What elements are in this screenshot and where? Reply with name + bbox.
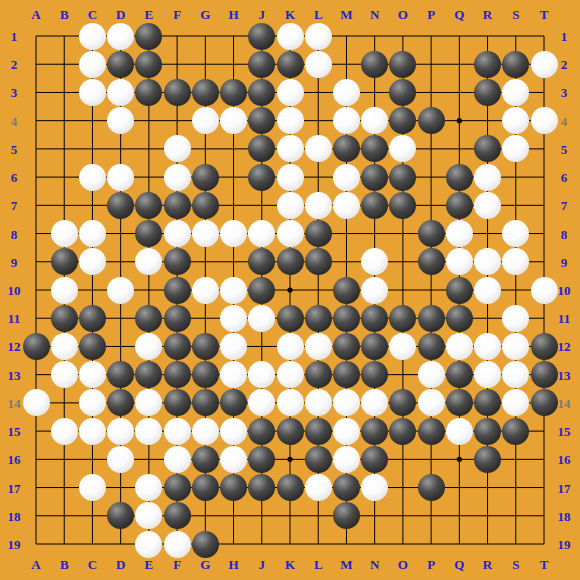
column-label-top: S (512, 8, 519, 21)
black-stone-G14 (192, 389, 219, 416)
black-stone-M17 (333, 474, 360, 501)
black-stone-A12 (23, 333, 50, 360)
black-stone-N16 (361, 446, 388, 473)
black-stone-J2 (248, 51, 275, 78)
row-label-right: 13 (558, 368, 571, 381)
row-label-right: 17 (558, 481, 571, 494)
white-stone-T10 (531, 277, 558, 304)
black-stone-B11 (51, 305, 78, 332)
white-stone-R6 (474, 164, 501, 191)
black-stone-R2 (474, 51, 501, 78)
black-stone-D2 (107, 51, 134, 78)
black-stone-Q10 (446, 277, 473, 304)
white-stone-G8 (192, 220, 219, 247)
row-label-left: 15 (8, 425, 21, 438)
white-stone-K7 (277, 192, 304, 219)
black-stone-J15 (248, 418, 275, 445)
column-label-bottom: A (31, 558, 40, 571)
black-stone-E7 (135, 192, 162, 219)
white-stone-C17 (79, 474, 106, 501)
column-label-top: A (31, 8, 40, 21)
black-stone-H3 (220, 79, 247, 106)
column-label-bottom: R (483, 558, 492, 571)
black-stone-M13 (333, 361, 360, 388)
row-label-right: 5 (561, 142, 568, 155)
white-stone-K5 (277, 135, 304, 162)
star-point (287, 457, 292, 462)
black-stone-E2 (135, 51, 162, 78)
row-label-left: 2 (11, 58, 18, 71)
row-label-right: 10 (558, 284, 571, 297)
white-stone-M3 (333, 79, 360, 106)
black-stone-F10 (164, 277, 191, 304)
row-label-right: 4 (561, 114, 568, 127)
black-stone-E11 (135, 305, 162, 332)
white-stone-R12 (474, 333, 501, 360)
row-label-left: 12 (8, 340, 21, 353)
white-stone-H11 (220, 305, 247, 332)
row-label-left: 16 (8, 453, 21, 466)
black-stone-F9 (164, 248, 191, 275)
white-stone-N17 (361, 474, 388, 501)
column-label-top: N (370, 8, 379, 21)
column-label-bottom: L (314, 558, 323, 571)
column-label-bottom: O (398, 558, 408, 571)
white-stone-D16 (107, 446, 134, 473)
column-label-bottom: J (259, 558, 266, 571)
column-label-top: D (116, 8, 125, 21)
column-label-bottom: S (512, 558, 519, 571)
white-stone-K1 (277, 23, 304, 50)
black-stone-C11 (79, 305, 106, 332)
black-stone-P4 (418, 107, 445, 134)
black-stone-O7 (389, 192, 416, 219)
row-label-left: 9 (11, 255, 18, 268)
row-label-right: 18 (558, 509, 571, 522)
white-stone-S11 (502, 305, 529, 332)
black-stone-S2 (502, 51, 529, 78)
black-stone-K9 (277, 248, 304, 275)
row-label-right: 12 (558, 340, 571, 353)
white-stone-F19 (164, 531, 191, 558)
row-label-right: 3 (561, 86, 568, 99)
row-label-right: 11 (558, 312, 570, 325)
white-stone-M4 (333, 107, 360, 134)
row-label-left: 18 (8, 509, 21, 522)
white-stone-H15 (220, 418, 247, 445)
white-stone-M7 (333, 192, 360, 219)
black-stone-Q11 (446, 305, 473, 332)
white-stone-L12 (305, 333, 332, 360)
black-stone-J1 (248, 23, 275, 50)
black-stone-F18 (164, 502, 191, 529)
white-stone-T4 (531, 107, 558, 134)
white-stone-C1 (79, 23, 106, 50)
black-stone-L13 (305, 361, 332, 388)
column-label-top: L (314, 8, 323, 21)
row-label-left: 6 (11, 171, 18, 184)
white-stone-K14 (277, 389, 304, 416)
black-stone-L15 (305, 418, 332, 445)
white-stone-B13 (51, 361, 78, 388)
star-point (457, 118, 462, 123)
column-label-bottom: K (285, 558, 295, 571)
white-stone-D3 (107, 79, 134, 106)
black-stone-O2 (389, 51, 416, 78)
column-label-bottom: G (200, 558, 210, 571)
column-label-top: O (398, 8, 408, 21)
column-label-top: K (285, 8, 295, 21)
black-stone-G7 (192, 192, 219, 219)
column-label-bottom: B (60, 558, 69, 571)
black-stone-O6 (389, 164, 416, 191)
star-point (287, 287, 292, 292)
black-stone-T13 (531, 361, 558, 388)
black-stone-L16 (305, 446, 332, 473)
black-stone-F3 (164, 79, 191, 106)
white-stone-K12 (277, 333, 304, 360)
black-stone-P17 (418, 474, 445, 501)
white-stone-N10 (361, 277, 388, 304)
row-label-left: 7 (11, 199, 18, 212)
black-stone-Q13 (446, 361, 473, 388)
white-stone-D15 (107, 418, 134, 445)
black-stone-P9 (418, 248, 445, 275)
black-stone-N6 (361, 164, 388, 191)
column-label-bottom: N (370, 558, 379, 571)
black-stone-M10 (333, 277, 360, 304)
black-stone-N15 (361, 418, 388, 445)
black-stone-P15 (418, 418, 445, 445)
white-stone-K3 (277, 79, 304, 106)
white-stone-R10 (474, 277, 501, 304)
column-label-top: F (173, 8, 181, 21)
row-label-left: 13 (8, 368, 21, 381)
white-stone-M16 (333, 446, 360, 473)
black-stone-M11 (333, 305, 360, 332)
white-stone-D6 (107, 164, 134, 191)
white-stone-L14 (305, 389, 332, 416)
white-stone-H4 (220, 107, 247, 134)
row-label-left: 3 (11, 86, 18, 99)
white-stone-F8 (164, 220, 191, 247)
black-stone-F17 (164, 474, 191, 501)
black-stone-Q14 (446, 389, 473, 416)
black-stone-T14 (531, 389, 558, 416)
black-stone-P8 (418, 220, 445, 247)
white-stone-T2 (531, 51, 558, 78)
black-stone-K2 (277, 51, 304, 78)
black-stone-F11 (164, 305, 191, 332)
white-stone-H12 (220, 333, 247, 360)
white-stone-L1 (305, 23, 332, 50)
row-label-left: 5 (11, 142, 18, 155)
column-label-bottom: F (173, 558, 181, 571)
white-stone-F15 (164, 418, 191, 445)
white-stone-K13 (277, 361, 304, 388)
black-stone-G12 (192, 333, 219, 360)
black-stone-O15 (389, 418, 416, 445)
black-stone-B9 (51, 248, 78, 275)
column-label-top: H (228, 8, 238, 21)
white-stone-H8 (220, 220, 247, 247)
column-label-bottom: M (340, 558, 352, 571)
black-stone-F14 (164, 389, 191, 416)
row-label-right: 9 (561, 255, 568, 268)
row-label-right: 14 (558, 396, 571, 409)
black-stone-F7 (164, 192, 191, 219)
black-stone-G3 (192, 79, 219, 106)
black-stone-E1 (135, 23, 162, 50)
black-stone-J10 (248, 277, 275, 304)
black-stone-L11 (305, 305, 332, 332)
black-stone-K15 (277, 418, 304, 445)
white-stone-B12 (51, 333, 78, 360)
white-stone-B15 (51, 418, 78, 445)
column-label-top: C (88, 8, 97, 21)
white-stone-L17 (305, 474, 332, 501)
black-stone-N2 (361, 51, 388, 78)
white-stone-G4 (192, 107, 219, 134)
column-label-top: E (145, 8, 154, 21)
white-stone-E15 (135, 418, 162, 445)
column-label-top: M (340, 8, 352, 21)
go-board[interactable]: AABBCCDDEEFFGGHHJJKKLLMMNNOOPPQQRRSSTT11… (0, 0, 580, 580)
star-point (457, 457, 462, 462)
column-label-bottom: H (228, 558, 238, 571)
white-stone-F16 (164, 446, 191, 473)
black-stone-K11 (277, 305, 304, 332)
black-stone-S15 (502, 418, 529, 445)
black-stone-F13 (164, 361, 191, 388)
white-stone-D10 (107, 277, 134, 304)
black-stone-M12 (333, 333, 360, 360)
column-label-top: P (427, 8, 435, 21)
black-stone-L8 (305, 220, 332, 247)
black-stone-R3 (474, 79, 501, 106)
white-stone-H13 (220, 361, 247, 388)
black-stone-R16 (474, 446, 501, 473)
white-stone-G10 (192, 277, 219, 304)
white-stone-C15 (79, 418, 106, 445)
white-stone-Q9 (446, 248, 473, 275)
black-stone-H17 (220, 474, 247, 501)
white-stone-P14 (418, 389, 445, 416)
black-stone-C12 (79, 333, 106, 360)
black-stone-N12 (361, 333, 388, 360)
white-stone-L2 (305, 51, 332, 78)
row-label-left: 11 (8, 312, 20, 325)
white-stone-H10 (220, 277, 247, 304)
black-stone-P11 (418, 305, 445, 332)
black-stone-R15 (474, 418, 501, 445)
black-stone-K17 (277, 474, 304, 501)
white-stone-K4 (277, 107, 304, 134)
black-stone-F12 (164, 333, 191, 360)
column-label-bottom: D (116, 558, 125, 571)
black-stone-G6 (192, 164, 219, 191)
row-label-left: 19 (8, 538, 21, 551)
black-stone-O11 (389, 305, 416, 332)
white-stone-Q12 (446, 333, 473, 360)
black-stone-M18 (333, 502, 360, 529)
white-stone-A14 (23, 389, 50, 416)
white-stone-D1 (107, 23, 134, 50)
white-stone-P13 (418, 361, 445, 388)
column-label-top: B (60, 8, 69, 21)
white-stone-L5 (305, 135, 332, 162)
black-stone-N7 (361, 192, 388, 219)
row-label-right: 1 (561, 30, 568, 43)
white-stone-F6 (164, 164, 191, 191)
black-stone-T12 (531, 333, 558, 360)
row-label-right: 15 (558, 425, 571, 438)
white-stone-G15 (192, 418, 219, 445)
black-stone-L9 (305, 248, 332, 275)
white-stone-K8 (277, 220, 304, 247)
row-label-left: 4 (11, 114, 18, 127)
column-label-bottom: T (540, 558, 549, 571)
white-stone-S3 (502, 79, 529, 106)
white-stone-K6 (277, 164, 304, 191)
row-label-right: 6 (561, 171, 568, 184)
column-label-bottom: E (145, 558, 154, 571)
black-stone-P12 (418, 333, 445, 360)
white-stone-C2 (79, 51, 106, 78)
white-stone-H16 (220, 446, 247, 473)
white-stone-Q15 (446, 418, 473, 445)
black-stone-J3 (248, 79, 275, 106)
column-label-top: G (200, 8, 210, 21)
column-label-bottom: C (88, 558, 97, 571)
black-stone-G16 (192, 446, 219, 473)
row-label-right: 7 (561, 199, 568, 212)
black-stone-J16 (248, 446, 275, 473)
black-stone-G19 (192, 531, 219, 558)
row-label-left: 8 (11, 227, 18, 240)
black-stone-Q6 (446, 164, 473, 191)
row-label-right: 8 (561, 227, 568, 240)
white-stone-C8 (79, 220, 106, 247)
white-stone-C6 (79, 164, 106, 191)
white-stone-L7 (305, 192, 332, 219)
white-stone-E19 (135, 531, 162, 558)
black-stone-Q7 (446, 192, 473, 219)
column-label-top: T (540, 8, 549, 21)
column-label-top: J (259, 8, 266, 21)
row-label-left: 14 (8, 396, 21, 409)
black-stone-J6 (248, 164, 275, 191)
white-stone-M6 (333, 164, 360, 191)
row-label-right: 2 (561, 58, 568, 71)
white-stone-Q8 (446, 220, 473, 247)
white-stone-C9 (79, 248, 106, 275)
white-stone-R13 (474, 361, 501, 388)
black-stone-N11 (361, 305, 388, 332)
white-stone-B8 (51, 220, 78, 247)
white-stone-R7 (474, 192, 501, 219)
column-label-top: Q (454, 8, 464, 21)
row-label-left: 10 (8, 284, 21, 297)
black-stone-D7 (107, 192, 134, 219)
white-stone-C3 (79, 79, 106, 106)
column-label-top: R (483, 8, 492, 21)
row-label-left: 1 (11, 30, 18, 43)
row-label-right: 16 (558, 453, 571, 466)
column-label-bottom: P (427, 558, 435, 571)
white-stone-F5 (164, 135, 191, 162)
white-stone-J11 (248, 305, 275, 332)
row-label-left: 17 (8, 481, 21, 494)
white-stone-M15 (333, 418, 360, 445)
white-stone-C13 (79, 361, 106, 388)
black-stone-G17 (192, 474, 219, 501)
white-stone-S12 (502, 333, 529, 360)
white-stone-B10 (51, 277, 78, 304)
column-label-bottom: Q (454, 558, 464, 571)
row-label-right: 19 (558, 538, 571, 551)
black-stone-G13 (192, 361, 219, 388)
